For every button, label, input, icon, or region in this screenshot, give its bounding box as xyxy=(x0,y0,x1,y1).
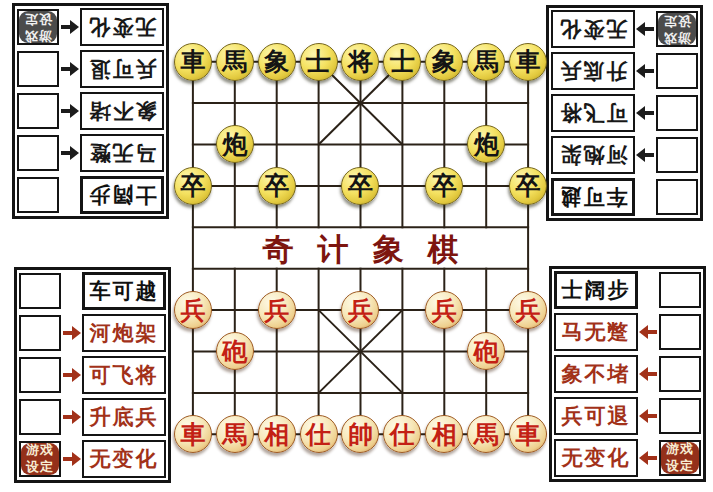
arrow-right-icon xyxy=(63,373,72,377)
piece-red-rook[interactable]: 車 xyxy=(174,415,212,453)
rule-option-label[interactable]: 兵可退 xyxy=(80,50,164,88)
rule-option-row: 无变化游戏设定 xyxy=(552,437,703,479)
arrow-left-icon xyxy=(648,456,657,460)
arrow-cell xyxy=(63,354,80,396)
settings-button-line1: 游戏 xyxy=(26,442,54,459)
rule-option-row: 可飞将 xyxy=(549,92,700,134)
arrow-cell xyxy=(63,270,80,312)
rule-checkbox[interactable]: 游戏设定 xyxy=(17,9,59,45)
xiangqi-board[interactable]: 奇计象棋 車馬象士将士象馬車炮炮卒卒卒卒卒兵兵兵兵兵砲砲車馬相仕帥仕相馬車 xyxy=(172,41,549,455)
rule-option-label[interactable]: 可飞将 xyxy=(551,94,635,132)
arrow-right-icon xyxy=(63,331,72,335)
rules-panel-bottom-left: 车可越河炮架可飞将升底兵游戏设定无变化 xyxy=(14,267,171,483)
piece-black-cannon[interactable]: 炮 xyxy=(216,125,254,163)
rule-checkbox[interactable] xyxy=(659,356,701,392)
rule-option-label[interactable]: 象不堵 xyxy=(80,92,164,130)
rule-option-label[interactable]: 士阔步 xyxy=(554,271,638,309)
rule-checkbox[interactable] xyxy=(656,137,698,173)
rule-option-row: 河炮架 xyxy=(549,134,700,176)
arrow-cell xyxy=(637,176,654,218)
arrow-left-icon xyxy=(61,25,70,29)
arrow-cell xyxy=(61,6,78,48)
rule-option-label[interactable]: 无变化 xyxy=(551,10,635,48)
arrow-left-icon xyxy=(648,330,657,334)
rule-option-row: 马无蹩 xyxy=(15,132,166,174)
rule-option-row: 兵可退 xyxy=(15,48,166,90)
arrow-cell xyxy=(640,437,657,479)
arrow-cell xyxy=(61,132,78,174)
arrow-cell xyxy=(63,396,80,438)
game-settings-button[interactable]: 游戏设定 xyxy=(658,13,696,45)
piece-black-rook[interactable]: 車 xyxy=(174,43,212,81)
arrow-cell xyxy=(637,8,654,50)
rules-panel-bottom-right: 士阔步马无蹩象不堵兵可退无变化游戏设定 xyxy=(549,266,706,482)
piece-black-soldier[interactable]: 卒 xyxy=(509,167,547,205)
rule-checkbox[interactable] xyxy=(17,135,59,171)
rules-panel-top-right: 车可越河炮架可飞将升底兵游戏设定无变化 xyxy=(546,5,703,221)
rule-option-label[interactable]: 车可越 xyxy=(551,178,635,216)
rule-option-row: 游戏设定无变化 xyxy=(17,438,168,480)
settings-button-line2: 设定 xyxy=(663,12,691,29)
arrow-cell xyxy=(63,438,80,480)
piece-black-rook[interactable]: 車 xyxy=(509,43,547,81)
piece-red-advisor[interactable]: 仕 xyxy=(383,415,421,453)
rule-checkbox[interactable] xyxy=(19,357,61,393)
rule-option-row: 可飞将 xyxy=(17,354,168,396)
rule-option-label[interactable]: 升底兵 xyxy=(551,52,635,90)
arrow-right-icon xyxy=(645,111,654,115)
rule-option-row: 升底兵 xyxy=(549,50,700,92)
settings-button-line2: 设定 xyxy=(26,459,54,476)
rule-option-label[interactable]: 无变化 xyxy=(554,439,638,477)
piece-red-cannon[interactable]: 砲 xyxy=(467,332,505,370)
rule-checkbox[interactable] xyxy=(659,272,701,308)
piece-red-soldier[interactable]: 兵 xyxy=(425,291,463,329)
arrow-left-icon xyxy=(61,109,70,113)
xiangqi-game-screen: 士阔步马无蹩象不堵兵可退无变化游戏设定 车可越河炮架可飞将升底兵游戏设定无变化 … xyxy=(0,0,713,492)
piece-black-cannon[interactable]: 炮 xyxy=(467,125,505,163)
rule-option-row: 升底兵 xyxy=(17,396,168,438)
arrow-cell xyxy=(61,48,78,90)
piece-black-soldier[interactable]: 卒 xyxy=(258,167,296,205)
piece-black-elephant[interactable]: 象 xyxy=(425,43,463,81)
arrow-right-icon xyxy=(63,415,72,419)
piece-black-horse[interactable]: 馬 xyxy=(467,43,505,81)
rule-option-label[interactable]: 士阔步 xyxy=(80,176,164,214)
rule-checkbox[interactable] xyxy=(659,398,701,434)
rule-option-label[interactable]: 可飞将 xyxy=(82,356,166,394)
rule-option-label[interactable]: 无变化 xyxy=(82,440,166,478)
rule-checkbox[interactable] xyxy=(656,53,698,89)
piece-red-rook[interactable]: 車 xyxy=(509,415,547,453)
game-settings-button[interactable]: 游戏设定 xyxy=(661,442,699,474)
rule-option-label[interactable]: 河炮架 xyxy=(551,136,635,174)
rule-option-label[interactable]: 马无蹩 xyxy=(80,134,164,172)
piece-red-advisor[interactable]: 仕 xyxy=(300,415,338,453)
rule-option-row: 马无蹩 xyxy=(552,311,703,353)
rule-option-label[interactable]: 升底兵 xyxy=(82,398,166,436)
river-banner-text: 奇计象棋 xyxy=(172,229,549,271)
piece-red-elephant[interactable]: 相 xyxy=(258,415,296,453)
arrow-cell xyxy=(637,50,654,92)
settings-button-line2: 设定 xyxy=(666,458,694,475)
rule-option-row: 士阔步 xyxy=(552,269,703,311)
arrow-right-icon xyxy=(645,153,654,157)
settings-button-line1: 游戏 xyxy=(663,29,691,46)
rule-option-label[interactable]: 兵可退 xyxy=(554,397,638,435)
arrow-cell xyxy=(61,90,78,132)
arrow-right-icon xyxy=(63,457,72,461)
rule-checkbox[interactable] xyxy=(19,399,61,435)
arrow-cell xyxy=(61,174,78,216)
rule-option-label[interactable]: 象不堵 xyxy=(554,355,638,393)
rule-option-row: 车可越 xyxy=(549,176,700,218)
piece-black-general[interactable]: 将 xyxy=(341,43,379,81)
piece-red-horse[interactable]: 馬 xyxy=(467,415,505,453)
piece-red-soldier[interactable]: 兵 xyxy=(509,291,547,329)
rule-checkbox[interactable] xyxy=(19,273,61,309)
arrow-right-icon xyxy=(645,27,654,31)
piece-black-soldier[interactable]: 卒 xyxy=(341,167,379,205)
piece-black-horse[interactable]: 馬 xyxy=(216,43,254,81)
rule-checkbox[interactable] xyxy=(17,93,59,129)
rule-checkbox[interactable]: 游戏设定 xyxy=(659,440,701,476)
rule-option-label[interactable]: 车可越 xyxy=(82,272,166,310)
settings-button-line1: 游戏 xyxy=(24,27,52,44)
piece-red-general[interactable]: 帥 xyxy=(341,415,379,453)
piece-black-advisor[interactable]: 士 xyxy=(383,43,421,81)
rule-checkbox[interactable]: 游戏设定 xyxy=(656,11,698,47)
piece-red-soldier[interactable]: 兵 xyxy=(258,291,296,329)
game-settings-button[interactable]: 游戏设定 xyxy=(21,443,59,475)
rule-option-row: 士阔步 xyxy=(15,174,166,216)
arrow-left-icon xyxy=(648,414,657,418)
rule-option-label[interactable]: 马无蹩 xyxy=(554,313,638,351)
rule-checkbox[interactable] xyxy=(17,177,59,213)
piece-black-advisor[interactable]: 士 xyxy=(300,43,338,81)
piece-black-elephant[interactable]: 象 xyxy=(258,43,296,81)
settings-button-line1: 游戏 xyxy=(666,441,694,458)
piece-black-soldier[interactable]: 卒 xyxy=(174,167,212,205)
piece-red-cannon[interactable]: 砲 xyxy=(216,332,254,370)
rule-option-row: 河炮架 xyxy=(17,312,168,354)
arrow-cell xyxy=(640,395,657,437)
settings-button-line2: 设定 xyxy=(24,10,52,27)
rule-option-row: 象不堵 xyxy=(15,90,166,132)
rule-option-label[interactable]: 无变化 xyxy=(80,8,164,46)
rule-checkbox[interactable]: 游戏设定 xyxy=(19,441,61,477)
rule-checkbox[interactable] xyxy=(19,315,61,351)
rule-checkbox[interactable] xyxy=(656,179,698,215)
rule-checkbox[interactable] xyxy=(659,314,701,350)
arrow-cell xyxy=(640,353,657,395)
rule-option-row: 兵可退 xyxy=(552,395,703,437)
arrow-left-icon xyxy=(648,372,657,376)
arrow-cell xyxy=(637,92,654,134)
piece-black-soldier[interactable]: 卒 xyxy=(425,167,463,205)
piece-red-horse[interactable]: 馬 xyxy=(216,415,254,453)
rule-option-row: 象不堵 xyxy=(552,353,703,395)
game-settings-button[interactable]: 游戏设定 xyxy=(19,11,57,43)
piece-red-elephant[interactable]: 相 xyxy=(425,415,463,453)
arrow-cell xyxy=(63,312,80,354)
rule-checkbox[interactable] xyxy=(17,51,59,87)
arrow-left-icon xyxy=(61,151,70,155)
arrow-cell xyxy=(640,269,657,311)
rule-option-label[interactable]: 河炮架 xyxy=(82,314,166,352)
rule-checkbox[interactable] xyxy=(656,95,698,131)
arrow-cell xyxy=(637,134,654,176)
rule-option-row: 无变化游戏设定 xyxy=(15,6,166,48)
rule-option-row: 车可越 xyxy=(17,270,168,312)
piece-red-soldier[interactable]: 兵 xyxy=(174,291,212,329)
piece-red-soldier[interactable]: 兵 xyxy=(341,291,379,329)
arrow-left-icon xyxy=(61,67,70,71)
rule-option-row: 游戏设定无变化 xyxy=(549,8,700,50)
arrow-right-icon xyxy=(645,69,654,73)
rules-panel-top-left: 士阔步马无蹩象不堵兵可退无变化游戏设定 xyxy=(12,3,169,219)
arrow-cell xyxy=(640,311,657,353)
